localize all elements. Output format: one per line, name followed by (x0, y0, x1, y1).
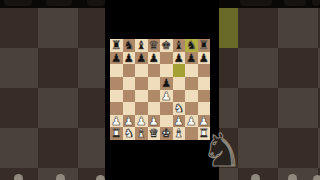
square-h5[interactable] (198, 77, 211, 90)
square-e1[interactable]: ♚ (160, 127, 173, 140)
bg-piece-silhouette (4, 0, 32, 6)
square-e5[interactable]: ♟ (160, 77, 173, 90)
shorts-frame: ♜♞♝♛♚♝♞♜♟♟♟♟♟♟♟♟♟♞♟♟♟♟♟♟♟♜♞♝♛♚♝♜ ♞ (0, 0, 320, 180)
square-g4[interactable] (185, 90, 198, 103)
white-pawn-a2[interactable]: ♟ (111, 115, 121, 127)
square-d7[interactable]: ♟ (148, 52, 161, 65)
square-f5[interactable] (173, 77, 186, 90)
square-e6[interactable] (160, 64, 173, 77)
square-g2[interactable]: ♟ (185, 115, 198, 128)
square-h4[interactable] (198, 90, 211, 103)
bg-piece-top (251, 174, 260, 180)
square-c7[interactable]: ♟ (135, 52, 148, 65)
square-a3[interactable] (110, 102, 123, 115)
white-queen-d1[interactable]: ♛ (149, 127, 159, 139)
square-a6[interactable] (110, 64, 123, 77)
bg-piece-silhouette (240, 0, 272, 6)
square-c5[interactable] (135, 77, 148, 90)
square-d8[interactable]: ♛ (148, 39, 161, 52)
white-bishop-f1[interactable]: ♝ (174, 127, 184, 139)
square-a4[interactable] (110, 90, 123, 103)
bg-piece-top (56, 174, 65, 180)
square-h3[interactable] (198, 102, 211, 115)
square-c6[interactable] (135, 64, 148, 77)
black-pawn-b7[interactable]: ♟ (124, 52, 134, 64)
square-f1[interactable]: ♝ (173, 127, 186, 140)
white-pawn-c2[interactable]: ♟ (136, 115, 146, 127)
square-d6[interactable] (148, 64, 161, 77)
square-c3[interactable] (135, 102, 148, 115)
square-h7[interactable]: ♟ (198, 52, 211, 65)
white-pawn-g2[interactable]: ♟ (186, 115, 196, 127)
black-pawn-f7[interactable]: ♟ (174, 52, 184, 64)
square-f8[interactable]: ♝ (173, 39, 186, 52)
square-b4[interactable] (123, 90, 136, 103)
white-pawn-d2[interactable]: ♟ (149, 115, 159, 127)
square-c1[interactable]: ♝ (135, 127, 148, 140)
square-c8[interactable]: ♝ (135, 39, 148, 52)
square-f3[interactable]: ♞ (173, 102, 186, 115)
square-d2[interactable]: ♟ (148, 115, 161, 128)
square-b1[interactable]: ♞ (123, 127, 136, 140)
bg-highlight-square (219, 8, 238, 48)
black-rook-h8[interactable]: ♜ (199, 39, 209, 51)
square-f6[interactable] (173, 64, 186, 77)
square-b3[interactable] (123, 102, 136, 115)
bg-piece-silhouette (284, 0, 306, 6)
square-b7[interactable]: ♟ (123, 52, 136, 65)
square-d1[interactable]: ♛ (148, 127, 161, 140)
square-b8[interactable]: ♞ (123, 39, 136, 52)
white-knight-f3[interactable]: ♞ (174, 102, 184, 114)
white-bishop-c1[interactable]: ♝ (136, 127, 146, 139)
square-g5[interactable] (185, 77, 198, 90)
square-f4[interactable] (173, 90, 186, 103)
white-pawn-b2[interactable]: ♟ (124, 115, 134, 127)
background-knight-icon: ♞ (201, 127, 242, 173)
square-e7[interactable] (160, 52, 173, 65)
square-h6[interactable] (198, 64, 211, 77)
black-king-e8[interactable]: ♚ (161, 39, 171, 51)
square-f2[interactable]: ♟ (173, 115, 186, 128)
square-c4[interactable] (135, 90, 148, 103)
square-a8[interactable]: ♜ (110, 39, 123, 52)
white-king-e1[interactable]: ♚ (161, 127, 171, 139)
square-g1[interactable] (185, 127, 198, 140)
square-g8[interactable]: ♞ (185, 39, 198, 52)
bg-piece-top (288, 174, 297, 180)
square-b6[interactable] (123, 64, 136, 77)
square-b5[interactable] (123, 77, 136, 90)
black-pawn-g7[interactable]: ♟ (186, 52, 196, 64)
bg-piece-top (96, 175, 105, 180)
square-e8[interactable]: ♚ (160, 39, 173, 52)
square-f7[interactable]: ♟ (173, 52, 186, 65)
square-g7[interactable]: ♟ (185, 52, 198, 65)
square-a2[interactable]: ♟ (110, 115, 123, 128)
bg-piece-silhouette (46, 0, 72, 6)
black-queen-d8[interactable]: ♛ (149, 39, 159, 51)
square-d3[interactable] (148, 102, 161, 115)
square-a1[interactable]: ♜ (110, 127, 123, 140)
square-e2[interactable] (160, 115, 173, 128)
square-e3[interactable] (160, 102, 173, 115)
black-knight-b8[interactable]: ♞ (124, 39, 134, 51)
square-c2[interactable]: ♟ (135, 115, 148, 128)
black-pawn-d7[interactable]: ♟ (149, 52, 159, 64)
bg-piece-top (313, 175, 320, 180)
black-rook-a8[interactable]: ♜ (111, 39, 121, 51)
white-pawn-e4[interactable]: ♟ (161, 90, 171, 102)
black-pawn-c7[interactable]: ♟ (136, 52, 146, 64)
square-a7[interactable]: ♟ (110, 52, 123, 65)
white-knight-b1[interactable]: ♞ (124, 127, 134, 139)
square-g6[interactable] (185, 64, 198, 77)
square-d5[interactable] (148, 77, 161, 90)
black-pawn-e5[interactable]: ♟ (161, 77, 171, 89)
white-pawn-f2[interactable]: ♟ (174, 115, 184, 127)
bg-piece-top (14, 174, 23, 180)
black-bishop-f8[interactable]: ♝ (174, 39, 184, 51)
square-d4[interactable] (148, 90, 161, 103)
white-rook-a1[interactable]: ♜ (111, 127, 121, 139)
square-e4[interactable]: ♟ (160, 90, 173, 103)
black-pawn-a7[interactable]: ♟ (111, 52, 121, 64)
chess-board: ♜♞♝♛♚♝♞♜♟♟♟♟♟♟♟♟♟♞♟♟♟♟♟♟♟♜♞♝♛♚♝♜ (110, 39, 210, 140)
square-g3[interactable] (185, 102, 198, 115)
square-b2[interactable]: ♟ (123, 115, 136, 128)
square-a5[interactable] (110, 77, 123, 90)
bg-piece-silhouette (87, 0, 105, 6)
black-pawn-h7[interactable]: ♟ (199, 52, 209, 64)
black-knight-g8[interactable]: ♞ (186, 39, 196, 51)
black-bishop-c8[interactable]: ♝ (136, 39, 146, 51)
square-h8[interactable]: ♜ (198, 39, 211, 52)
